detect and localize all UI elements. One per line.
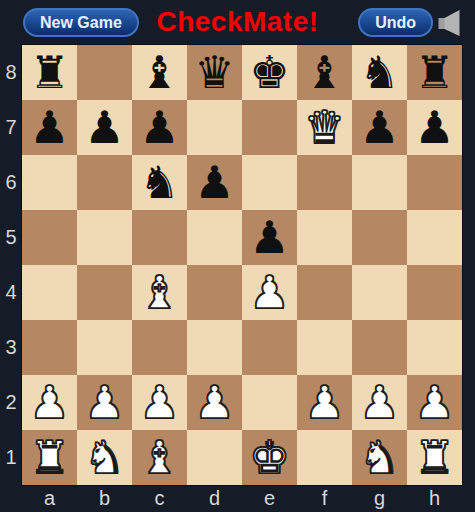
top-bar-right: Undo [358, 8, 463, 37]
black-pawn: ♟ [249, 210, 289, 265]
square-e2[interactable] [242, 375, 297, 430]
black-pawn: ♟ [194, 155, 234, 210]
square-f4[interactable] [297, 265, 352, 320]
white-pawn: ♟ [29, 375, 69, 430]
square-c3[interactable] [132, 320, 187, 375]
square-d4[interactable] [187, 265, 242, 320]
black-pawn: ♟ [29, 100, 69, 155]
square-g1[interactable]: ♞ [352, 430, 407, 485]
file-label-a: a [22, 485, 77, 512]
file-label-c: c [132, 485, 187, 512]
square-h1[interactable]: ♜ [407, 430, 462, 485]
square-f7[interactable]: ♛ [297, 100, 352, 155]
square-b2[interactable]: ♟ [77, 375, 132, 430]
app: New Game CheckMate! Undo 87654321 ♜♝♛♚♝♞… [0, 0, 475, 512]
page-title: CheckMate! [156, 5, 318, 37]
white-rook: ♜ [414, 430, 454, 485]
square-c2[interactable]: ♟ [132, 375, 187, 430]
square-d7[interactable] [187, 100, 242, 155]
white-bishop: ♝ [139, 430, 179, 485]
square-g2[interactable]: ♟ [352, 375, 407, 430]
square-f5[interactable] [297, 210, 352, 265]
white-pawn: ♟ [304, 375, 344, 430]
square-d8[interactable]: ♛ [187, 45, 242, 100]
square-c4[interactable]: ♝ [132, 265, 187, 320]
white-pawn: ♟ [84, 375, 124, 430]
square-e1[interactable]: ♚ [242, 430, 297, 485]
file-labels: abcdefgh [22, 485, 462, 512]
rank-label-2: 2 [0, 375, 22, 430]
square-c1[interactable]: ♝ [132, 430, 187, 485]
square-g7[interactable]: ♟ [352, 100, 407, 155]
black-rook: ♜ [414, 45, 454, 100]
square-b1[interactable]: ♞ [77, 430, 132, 485]
rank-label-5: 5 [0, 210, 22, 265]
black-pawn: ♟ [414, 100, 454, 155]
new-game-button[interactable]: New Game [23, 8, 139, 37]
white-pawn: ♟ [359, 375, 399, 430]
square-d1[interactable] [187, 430, 242, 485]
square-a2[interactable]: ♟ [22, 375, 77, 430]
speaker-icon[interactable] [438, 9, 463, 37]
square-b3[interactable] [77, 320, 132, 375]
chess-board: ♜♝♛♚♝♞♜♟♟♟♛♟♟♞♟♟♝♟♟♟♟♟♟♟♟♜♞♝♚♞♜ [22, 45, 462, 485]
square-e4[interactable]: ♟ [242, 265, 297, 320]
white-knight: ♞ [84, 430, 124, 485]
square-a5[interactable] [22, 210, 77, 265]
square-c7[interactable]: ♟ [132, 100, 187, 155]
square-c5[interactable] [132, 210, 187, 265]
white-pawn: ♟ [194, 375, 234, 430]
square-a8[interactable]: ♜ [22, 45, 77, 100]
rank-label-3: 3 [0, 320, 22, 375]
black-bishop: ♝ [139, 45, 179, 100]
square-h7[interactable]: ♟ [407, 100, 462, 155]
file-label-h: h [407, 485, 462, 512]
square-c6[interactable]: ♞ [132, 155, 187, 210]
square-e7[interactable] [242, 100, 297, 155]
square-e6[interactable] [242, 155, 297, 210]
file-label-b: b [77, 485, 132, 512]
square-h3[interactable] [407, 320, 462, 375]
square-f3[interactable] [297, 320, 352, 375]
black-knight: ♞ [359, 45, 399, 100]
undo-button[interactable]: Undo [358, 8, 433, 37]
square-h6[interactable] [407, 155, 462, 210]
file-label-e: e [242, 485, 297, 512]
square-f6[interactable] [297, 155, 352, 210]
file-label-g: g [352, 485, 407, 512]
square-d5[interactable] [187, 210, 242, 265]
square-h4[interactable] [407, 265, 462, 320]
file-label-f: f [297, 485, 352, 512]
square-h2[interactable]: ♟ [407, 375, 462, 430]
square-g8[interactable]: ♞ [352, 45, 407, 100]
white-king: ♚ [249, 430, 289, 485]
white-knight: ♞ [359, 430, 399, 485]
square-a3[interactable] [22, 320, 77, 375]
square-a4[interactable] [22, 265, 77, 320]
rank-label-8: 8 [0, 45, 22, 100]
square-g5[interactable] [352, 210, 407, 265]
square-e5[interactable]: ♟ [242, 210, 297, 265]
rank-label-1: 1 [0, 430, 22, 485]
square-d6[interactable]: ♟ [187, 155, 242, 210]
black-pawn: ♟ [139, 100, 179, 155]
square-c8[interactable]: ♝ [132, 45, 187, 100]
black-rook: ♜ [29, 45, 69, 100]
square-e3[interactable] [242, 320, 297, 375]
square-d3[interactable] [187, 320, 242, 375]
white-queen: ♛ [304, 100, 344, 155]
rank-label-4: 4 [0, 265, 22, 320]
black-pawn: ♟ [84, 100, 124, 155]
black-knight: ♞ [139, 155, 179, 210]
board-area: 87654321 ♜♝♛♚♝♞♜♟♟♟♛♟♟♞♟♟♝♟♟♟♟♟♟♟♟♜♞♝♚♞♜… [0, 45, 475, 512]
white-bishop: ♝ [139, 265, 179, 320]
square-f8[interactable]: ♝ [297, 45, 352, 100]
square-b6[interactable] [77, 155, 132, 210]
square-a7[interactable]: ♟ [22, 100, 77, 155]
white-pawn: ♟ [249, 265, 289, 320]
square-g6[interactable] [352, 155, 407, 210]
square-a6[interactable] [22, 155, 77, 210]
square-g4[interactable] [352, 265, 407, 320]
white-pawn: ♟ [139, 375, 179, 430]
rank-label-6: 6 [0, 155, 22, 210]
top-bar: New Game CheckMate! Undo [0, 0, 475, 45]
white-rook: ♜ [29, 430, 69, 485]
white-pawn: ♟ [414, 375, 454, 430]
file-label-d: d [187, 485, 242, 512]
square-e8[interactable]: ♚ [242, 45, 297, 100]
square-g3[interactable] [352, 320, 407, 375]
square-b8[interactable] [77, 45, 132, 100]
rank-label-7: 7 [0, 100, 22, 155]
square-f1[interactable] [297, 430, 352, 485]
black-pawn: ♟ [359, 100, 399, 155]
square-b4[interactable] [77, 265, 132, 320]
black-queen: ♛ [194, 45, 234, 100]
black-bishop: ♝ [304, 45, 344, 100]
square-f2[interactable]: ♟ [297, 375, 352, 430]
square-d2[interactable]: ♟ [187, 375, 242, 430]
square-h8[interactable]: ♜ [407, 45, 462, 100]
black-king: ♚ [249, 45, 289, 100]
square-b5[interactable] [77, 210, 132, 265]
square-h5[interactable] [407, 210, 462, 265]
rank-labels: 87654321 [0, 45, 22, 485]
square-b7[interactable]: ♟ [77, 100, 132, 155]
square-a1[interactable]: ♜ [22, 430, 77, 485]
